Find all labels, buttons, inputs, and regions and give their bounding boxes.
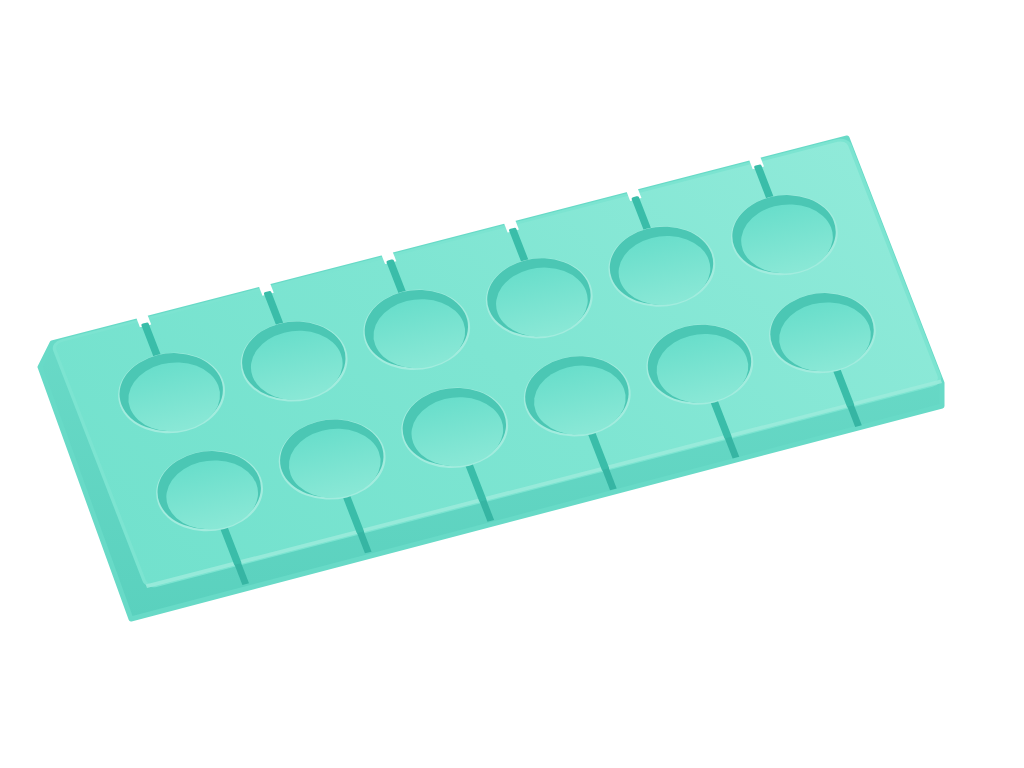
mold-top-surface (50, 132, 950, 608)
mold (40, 132, 950, 619)
lollipop-mold-photo (0, 0, 1024, 768)
product-photo-stage (0, 0, 1024, 768)
